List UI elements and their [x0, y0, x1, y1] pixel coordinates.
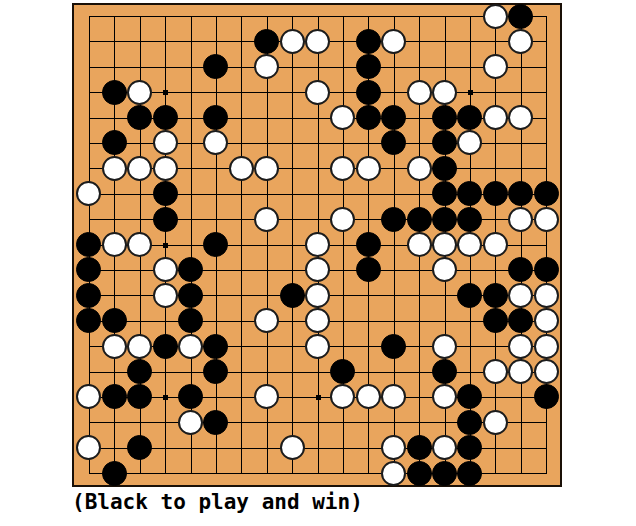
intersection[interactable]: [432, 384, 457, 409]
intersection[interactable]: [330, 435, 355, 460]
intersection[interactable]: [432, 156, 457, 181]
intersection[interactable]: [178, 79, 203, 104]
intersection[interactable]: [229, 435, 254, 460]
intersection[interactable]: [254, 54, 279, 79]
intersection[interactable]: [76, 156, 101, 181]
intersection[interactable]: [330, 181, 355, 206]
intersection[interactable]: [305, 232, 330, 257]
intersection[interactable]: [508, 283, 533, 308]
intersection[interactable]: [457, 460, 482, 485]
intersection[interactable]: [508, 206, 533, 231]
intersection[interactable]: [76, 29, 101, 54]
intersection[interactable]: [330, 3, 355, 28]
intersection[interactable]: [76, 308, 101, 333]
intersection[interactable]: [127, 308, 152, 333]
intersection[interactable]: [102, 156, 127, 181]
intersection[interactable]: [76, 283, 101, 308]
intersection[interactable]: [508, 359, 533, 384]
intersection[interactable]: [356, 308, 381, 333]
intersection[interactable]: [457, 181, 482, 206]
intersection[interactable]: [152, 283, 177, 308]
intersection[interactable]: [305, 308, 330, 333]
intersection[interactable]: [356, 410, 381, 435]
intersection[interactable]: [279, 359, 304, 384]
intersection[interactable]: [457, 29, 482, 54]
intersection[interactable]: [178, 283, 203, 308]
intersection[interactable]: [457, 359, 482, 384]
intersection[interactable]: [127, 130, 152, 155]
intersection[interactable]: [381, 29, 406, 54]
intersection[interactable]: [356, 29, 381, 54]
intersection[interactable]: [533, 79, 558, 104]
intersection[interactable]: [305, 3, 330, 28]
intersection[interactable]: [508, 54, 533, 79]
intersection[interactable]: [406, 232, 431, 257]
intersection[interactable]: [203, 3, 228, 28]
intersection[interactable]: [229, 257, 254, 282]
intersection[interactable]: [102, 460, 127, 485]
intersection[interactable]: [102, 308, 127, 333]
intersection[interactable]: [229, 29, 254, 54]
intersection[interactable]: [305, 206, 330, 231]
intersection[interactable]: [254, 257, 279, 282]
intersection[interactable]: [381, 79, 406, 104]
intersection[interactable]: [432, 359, 457, 384]
intersection[interactable]: [127, 206, 152, 231]
intersection[interactable]: [254, 181, 279, 206]
intersection[interactable]: [406, 333, 431, 358]
intersection[interactable]: [330, 130, 355, 155]
intersection[interactable]: [508, 384, 533, 409]
intersection[interactable]: [381, 257, 406, 282]
intersection[interactable]: [254, 308, 279, 333]
intersection[interactable]: [305, 79, 330, 104]
intersection[interactable]: [483, 435, 508, 460]
intersection[interactable]: [305, 333, 330, 358]
intersection[interactable]: [305, 54, 330, 79]
intersection[interactable]: [356, 105, 381, 130]
intersection[interactable]: [356, 79, 381, 104]
intersection[interactable]: [305, 156, 330, 181]
intersection[interactable]: [457, 79, 482, 104]
intersection[interactable]: [508, 3, 533, 28]
intersection[interactable]: [483, 206, 508, 231]
intersection[interactable]: [483, 410, 508, 435]
intersection[interactable]: [533, 257, 558, 282]
intersection[interactable]: [76, 79, 101, 104]
intersection[interactable]: [356, 283, 381, 308]
intersection[interactable]: [152, 156, 177, 181]
intersection[interactable]: [254, 29, 279, 54]
intersection[interactable]: [229, 410, 254, 435]
intersection[interactable]: [381, 283, 406, 308]
intersection[interactable]: [203, 54, 228, 79]
intersection[interactable]: [229, 283, 254, 308]
intersection[interactable]: [508, 105, 533, 130]
intersection[interactable]: [76, 105, 101, 130]
intersection[interactable]: [102, 410, 127, 435]
intersection[interactable]: [483, 29, 508, 54]
intersection[interactable]: [102, 79, 127, 104]
intersection[interactable]: [457, 384, 482, 409]
intersection[interactable]: [152, 410, 177, 435]
intersection[interactable]: [76, 54, 101, 79]
intersection[interactable]: [254, 232, 279, 257]
intersection[interactable]: [508, 156, 533, 181]
intersection[interactable]: [254, 156, 279, 181]
intersection[interactable]: [76, 206, 101, 231]
intersection[interactable]: [152, 54, 177, 79]
intersection[interactable]: [254, 333, 279, 358]
intersection[interactable]: [457, 435, 482, 460]
intersection[interactable]: [178, 384, 203, 409]
intersection[interactable]: [406, 435, 431, 460]
intersection[interactable]: [457, 105, 482, 130]
intersection[interactable]: [254, 460, 279, 485]
intersection[interactable]: [406, 54, 431, 79]
intersection[interactable]: [127, 460, 152, 485]
intersection[interactable]: [279, 156, 304, 181]
intersection[interactable]: [457, 206, 482, 231]
intersection[interactable]: [203, 283, 228, 308]
intersection[interactable]: [178, 206, 203, 231]
intersection[interactable]: [178, 308, 203, 333]
intersection[interactable]: [356, 130, 381, 155]
intersection[interactable]: [203, 130, 228, 155]
intersection[interactable]: [432, 3, 457, 28]
intersection[interactable]: [102, 130, 127, 155]
intersection[interactable]: [102, 232, 127, 257]
intersection[interactable]: [432, 232, 457, 257]
intersection[interactable]: [533, 130, 558, 155]
intersection[interactable]: [152, 384, 177, 409]
stones-layer[interactable]: [76, 3, 558, 485]
intersection[interactable]: [76, 384, 101, 409]
intersection[interactable]: [356, 232, 381, 257]
intersection[interactable]: [457, 333, 482, 358]
intersection[interactable]: [356, 3, 381, 28]
intersection[interactable]: [432, 29, 457, 54]
intersection[interactable]: [330, 283, 355, 308]
intersection[interactable]: [127, 79, 152, 104]
go-board[interactable]: [72, 3, 562, 487]
intersection[interactable]: [533, 333, 558, 358]
intersection[interactable]: [330, 156, 355, 181]
intersection[interactable]: [457, 130, 482, 155]
intersection[interactable]: [178, 156, 203, 181]
intersection[interactable]: [203, 435, 228, 460]
intersection[interactable]: [330, 29, 355, 54]
intersection[interactable]: [457, 308, 482, 333]
intersection[interactable]: [508, 181, 533, 206]
intersection[interactable]: [483, 156, 508, 181]
intersection[interactable]: [254, 435, 279, 460]
intersection[interactable]: [483, 105, 508, 130]
intersection[interactable]: [508, 333, 533, 358]
intersection[interactable]: [178, 257, 203, 282]
intersection[interactable]: [457, 257, 482, 282]
intersection[interactable]: [330, 54, 355, 79]
intersection[interactable]: [76, 460, 101, 485]
intersection[interactable]: [533, 283, 558, 308]
intersection[interactable]: [508, 29, 533, 54]
intersection[interactable]: [305, 435, 330, 460]
intersection[interactable]: [203, 359, 228, 384]
intersection[interactable]: [330, 384, 355, 409]
intersection[interactable]: [406, 181, 431, 206]
intersection[interactable]: [305, 181, 330, 206]
intersection[interactable]: [381, 130, 406, 155]
intersection[interactable]: [533, 384, 558, 409]
intersection[interactable]: [432, 105, 457, 130]
intersection[interactable]: [152, 435, 177, 460]
intersection[interactable]: [203, 308, 228, 333]
intersection[interactable]: [76, 257, 101, 282]
intersection[interactable]: [152, 333, 177, 358]
intersection[interactable]: [330, 410, 355, 435]
intersection[interactable]: [533, 410, 558, 435]
intersection[interactable]: [178, 181, 203, 206]
intersection[interactable]: [127, 3, 152, 28]
intersection[interactable]: [356, 156, 381, 181]
intersection[interactable]: [152, 232, 177, 257]
intersection[interactable]: [457, 156, 482, 181]
intersection[interactable]: [432, 283, 457, 308]
intersection[interactable]: [533, 105, 558, 130]
intersection[interactable]: [483, 232, 508, 257]
intersection[interactable]: [508, 257, 533, 282]
intersection[interactable]: [483, 130, 508, 155]
intersection[interactable]: [533, 435, 558, 460]
intersection[interactable]: [305, 460, 330, 485]
intersection[interactable]: [127, 359, 152, 384]
intersection[interactable]: [127, 181, 152, 206]
intersection[interactable]: [152, 29, 177, 54]
intersection[interactable]: [76, 3, 101, 28]
intersection[interactable]: [508, 460, 533, 485]
intersection[interactable]: [483, 283, 508, 308]
intersection[interactable]: [102, 359, 127, 384]
intersection[interactable]: [330, 232, 355, 257]
intersection[interactable]: [330, 257, 355, 282]
intersection[interactable]: [432, 206, 457, 231]
intersection[interactable]: [406, 308, 431, 333]
intersection[interactable]: [356, 54, 381, 79]
intersection[interactable]: [229, 460, 254, 485]
intersection[interactable]: [533, 359, 558, 384]
intersection[interactable]: [254, 206, 279, 231]
intersection[interactable]: [152, 79, 177, 104]
intersection[interactable]: [229, 181, 254, 206]
intersection[interactable]: [381, 384, 406, 409]
intersection[interactable]: [508, 232, 533, 257]
intersection[interactable]: [533, 29, 558, 54]
intersection[interactable]: [483, 79, 508, 104]
intersection[interactable]: [406, 29, 431, 54]
intersection[interactable]: [533, 232, 558, 257]
intersection[interactable]: [127, 156, 152, 181]
intersection[interactable]: [279, 29, 304, 54]
intersection[interactable]: [356, 181, 381, 206]
intersection[interactable]: [279, 54, 304, 79]
intersection[interactable]: [203, 156, 228, 181]
intersection[interactable]: [533, 3, 558, 28]
intersection[interactable]: [406, 3, 431, 28]
intersection[interactable]: [483, 308, 508, 333]
intersection[interactable]: [102, 54, 127, 79]
intersection[interactable]: [305, 359, 330, 384]
intersection[interactable]: [483, 359, 508, 384]
intersection[interactable]: [279, 130, 304, 155]
intersection[interactable]: [229, 232, 254, 257]
intersection[interactable]: [508, 308, 533, 333]
intersection[interactable]: [356, 206, 381, 231]
intersection[interactable]: [356, 333, 381, 358]
intersection[interactable]: [279, 308, 304, 333]
intersection[interactable]: [229, 3, 254, 28]
intersection[interactable]: [279, 283, 304, 308]
intersection[interactable]: [483, 257, 508, 282]
intersection[interactable]: [102, 206, 127, 231]
intersection[interactable]: [330, 333, 355, 358]
intersection[interactable]: [406, 460, 431, 485]
intersection[interactable]: [152, 130, 177, 155]
intersection[interactable]: [229, 130, 254, 155]
intersection[interactable]: [203, 206, 228, 231]
intersection[interactable]: [229, 79, 254, 104]
intersection[interactable]: [127, 29, 152, 54]
intersection[interactable]: [254, 410, 279, 435]
intersection[interactable]: [305, 105, 330, 130]
intersection[interactable]: [381, 105, 406, 130]
intersection[interactable]: [279, 3, 304, 28]
intersection[interactable]: [305, 410, 330, 435]
intersection[interactable]: [381, 435, 406, 460]
intersection[interactable]: [432, 54, 457, 79]
intersection[interactable]: [127, 232, 152, 257]
intersection[interactable]: [381, 3, 406, 28]
intersection[interactable]: [381, 359, 406, 384]
intersection[interactable]: [457, 283, 482, 308]
intersection[interactable]: [533, 308, 558, 333]
intersection[interactable]: [279, 181, 304, 206]
intersection[interactable]: [279, 384, 304, 409]
intersection[interactable]: [127, 283, 152, 308]
intersection[interactable]: [279, 333, 304, 358]
intersection[interactable]: [406, 410, 431, 435]
intersection[interactable]: [203, 105, 228, 130]
intersection[interactable]: [76, 359, 101, 384]
intersection[interactable]: [406, 105, 431, 130]
intersection[interactable]: [483, 333, 508, 358]
intersection[interactable]: [127, 105, 152, 130]
intersection[interactable]: [178, 232, 203, 257]
intersection[interactable]: [229, 308, 254, 333]
intersection[interactable]: [127, 333, 152, 358]
intersection[interactable]: [229, 333, 254, 358]
intersection[interactable]: [432, 435, 457, 460]
intersection[interactable]: [229, 54, 254, 79]
intersection[interactable]: [457, 3, 482, 28]
intersection[interactable]: [508, 79, 533, 104]
intersection[interactable]: [279, 79, 304, 104]
intersection[interactable]: [432, 181, 457, 206]
intersection[interactable]: [432, 333, 457, 358]
intersection[interactable]: [178, 435, 203, 460]
intersection[interactable]: [508, 435, 533, 460]
intersection[interactable]: [457, 410, 482, 435]
intersection[interactable]: [457, 54, 482, 79]
intersection[interactable]: [508, 130, 533, 155]
intersection[interactable]: [356, 359, 381, 384]
intersection[interactable]: [533, 54, 558, 79]
intersection[interactable]: [406, 359, 431, 384]
intersection[interactable]: [406, 130, 431, 155]
intersection[interactable]: [381, 232, 406, 257]
intersection[interactable]: [254, 79, 279, 104]
intersection[interactable]: [254, 359, 279, 384]
intersection[interactable]: [203, 333, 228, 358]
intersection[interactable]: [76, 435, 101, 460]
intersection[interactable]: [406, 79, 431, 104]
intersection[interactable]: [356, 435, 381, 460]
intersection[interactable]: [254, 283, 279, 308]
intersection[interactable]: [178, 105, 203, 130]
intersection[interactable]: [76, 410, 101, 435]
intersection[interactable]: [127, 384, 152, 409]
intersection[interactable]: [127, 435, 152, 460]
intersection[interactable]: [305, 29, 330, 54]
intersection[interactable]: [178, 359, 203, 384]
intersection[interactable]: [356, 384, 381, 409]
intersection[interactable]: [152, 308, 177, 333]
intersection[interactable]: [381, 181, 406, 206]
intersection[interactable]: [127, 54, 152, 79]
intersection[interactable]: [229, 206, 254, 231]
intersection[interactable]: [533, 181, 558, 206]
intersection[interactable]: [254, 105, 279, 130]
intersection[interactable]: [483, 384, 508, 409]
intersection[interactable]: [406, 156, 431, 181]
intersection[interactable]: [381, 333, 406, 358]
intersection[interactable]: [533, 460, 558, 485]
intersection[interactable]: [203, 257, 228, 282]
intersection[interactable]: [356, 460, 381, 485]
intersection[interactable]: [279, 435, 304, 460]
intersection[interactable]: [76, 181, 101, 206]
intersection[interactable]: [432, 130, 457, 155]
intersection[interactable]: [102, 181, 127, 206]
intersection[interactable]: [381, 54, 406, 79]
intersection[interactable]: [178, 333, 203, 358]
intersection[interactable]: [356, 257, 381, 282]
intersection[interactable]: [102, 257, 127, 282]
intersection[interactable]: [203, 181, 228, 206]
intersection[interactable]: [102, 105, 127, 130]
intersection[interactable]: [203, 232, 228, 257]
intersection[interactable]: [102, 29, 127, 54]
intersection[interactable]: [102, 384, 127, 409]
intersection[interactable]: [76, 130, 101, 155]
intersection[interactable]: [279, 232, 304, 257]
intersection[interactable]: [127, 257, 152, 282]
intersection[interactable]: [406, 257, 431, 282]
intersection[interactable]: [229, 156, 254, 181]
intersection[interactable]: [330, 79, 355, 104]
intersection[interactable]: [279, 105, 304, 130]
intersection[interactable]: [254, 130, 279, 155]
intersection[interactable]: [305, 283, 330, 308]
